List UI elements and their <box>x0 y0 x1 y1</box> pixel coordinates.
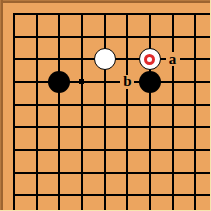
grid-line-vertical <box>104 13 106 211</box>
white-stone <box>94 48 116 70</box>
label-b: b <box>120 75 134 89</box>
black-stone <box>48 71 70 93</box>
grid-line-vertical <box>13 13 15 211</box>
grid-line-horizontal <box>13 81 211 83</box>
grid-line-horizontal <box>13 36 211 38</box>
grid-line-vertical <box>149 13 151 211</box>
grid-line-vertical <box>58 13 60 211</box>
go-board-diagram: ab <box>0 0 211 211</box>
board-frame-top <box>0 0 211 3</box>
grid-line-horizontal <box>13 194 211 196</box>
board-frame-left <box>0 0 3 211</box>
grid-line-horizontal <box>13 13 211 15</box>
grid-line-horizontal <box>13 149 211 151</box>
grid-line-horizontal <box>13 126 211 128</box>
star-point <box>79 79 84 84</box>
circle-mark-icon <box>144 54 155 65</box>
grid-line-vertical <box>194 13 196 211</box>
grid-line-vertical <box>36 13 38 211</box>
label-a: a <box>166 52 180 66</box>
grid-line-vertical <box>126 13 128 211</box>
grid-line-vertical <box>172 13 174 211</box>
black-stone <box>139 71 161 93</box>
grid-line-horizontal <box>13 104 211 106</box>
grid-line-horizontal <box>13 172 211 174</box>
grid-line-vertical <box>81 13 83 211</box>
white-stone <box>139 48 161 70</box>
board-frame-right <box>210 0 211 211</box>
board-frame-bottom <box>0 210 211 211</box>
